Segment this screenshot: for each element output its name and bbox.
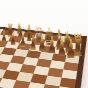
piece-pawn-b7[interactable]: ♟ (10, 31, 17, 48)
piece-pawn-h7[interactable]: ♟ (66, 37, 76, 64)
pieces-layer: ♜♞♝♛♚♝♞♜♟♟♟♟♟♟♟♟ (0, 0, 88, 88)
piece-pawn-c7[interactable]: ♟ (19, 32, 26, 51)
piece-pawn-f7[interactable]: ♟ (47, 35, 56, 58)
chess-set-photo: ♜♞♝♛♚♝♞♜♟♟♟♟♟♟♟♟ (0, 0, 88, 88)
piece-pawn-a7[interactable]: ♟ (0, 29, 6, 45)
piece-pawn-d7[interactable]: ♟ (29, 33, 37, 53)
piece-pawn-e7[interactable]: ♟ (38, 34, 47, 56)
